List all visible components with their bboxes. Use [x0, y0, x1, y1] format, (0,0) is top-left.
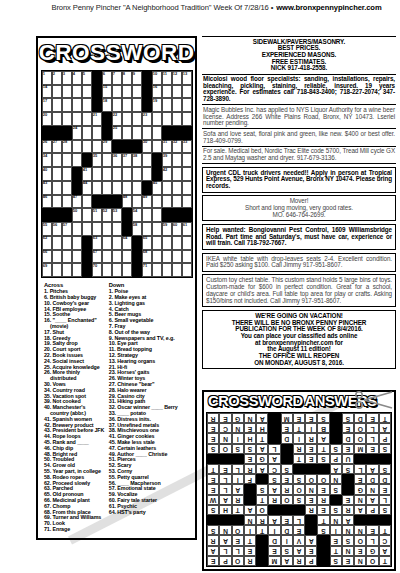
grid-cell[interactable] [62, 167, 72, 181]
grid-cell[interactable]: 35 [92, 153, 102, 167]
grid-cell[interactable]: 15 [102, 85, 112, 99]
grid-cell[interactable] [132, 85, 142, 99]
grid-cell[interactable]: 52 [102, 208, 112, 222]
answer-letter: T [383, 527, 387, 534]
grid-cell[interactable]: 41 [82, 167, 92, 181]
grid-cell[interactable] [72, 85, 82, 99]
grid-cell[interactable] [72, 140, 82, 154]
grid-cell[interactable]: 24 [72, 126, 82, 140]
grid-cell[interactable] [62, 250, 72, 264]
answer-cell: L [219, 474, 231, 484]
grid-cell[interactable]: 19 [152, 98, 162, 112]
answer-cell: N [232, 423, 244, 433]
grid-cell[interactable] [112, 85, 122, 99]
grid-cell[interactable]: 1 [42, 71, 52, 85]
grid-cell[interactable] [122, 85, 132, 99]
grid-cell-black [152, 153, 162, 167]
answer-letter: E [309, 415, 314, 422]
cell-number: 3 [63, 72, 65, 76]
answer-cell: A [256, 413, 268, 423]
answer-letter: E [358, 547, 363, 554]
cell-number: 71 [143, 264, 147, 268]
grid-cell[interactable] [162, 181, 172, 195]
grid-cell[interactable]: 40 [42, 167, 52, 181]
grid-cell[interactable] [82, 208, 92, 222]
grid-cell[interactable]: 53 [112, 208, 122, 222]
grid-cell[interactable]: 14 [42, 85, 52, 99]
grid-cell[interactable] [92, 222, 102, 236]
grid-cell[interactable] [132, 112, 142, 126]
grid-cell[interactable]: 62 [42, 236, 52, 250]
grid-cell[interactable]: 11 [162, 71, 172, 85]
answer-letter: G [235, 415, 240, 422]
grid-cell[interactable]: 7 [112, 71, 122, 85]
answer-cell: S [317, 413, 329, 423]
grid-cell[interactable]: 29 [102, 140, 112, 154]
answer-cell: E [207, 423, 219, 433]
grid-cell[interactable] [102, 263, 112, 277]
grid-cell[interactable]: 46 [42, 195, 52, 209]
grid-cell[interactable]: 56 [52, 222, 62, 236]
answer-cell: A [379, 423, 391, 433]
answer-letter: S [346, 466, 351, 473]
answer-letter: A [260, 415, 265, 422]
grid-cell[interactable] [82, 98, 92, 112]
grid-cell[interactable] [102, 181, 112, 195]
grid-cell[interactable] [112, 236, 122, 250]
grid-cell[interactable]: 31 [162, 140, 172, 154]
grid-cell[interactable]: 23 [142, 112, 152, 126]
answer-cell-black [207, 454, 219, 464]
grid-cell[interactable]: 58 [132, 222, 142, 236]
grid-cell[interactable]: 12 [172, 71, 182, 85]
grid-cell[interactable] [122, 250, 132, 264]
grid-cell[interactable] [172, 250, 182, 264]
answer-letter: H [223, 507, 228, 514]
grid-cell[interactable]: 30 [142, 140, 152, 154]
grid-cell[interactable]: 60 [172, 222, 182, 236]
grid-cell[interactable]: 38 [132, 153, 142, 167]
cell-number: 63 [93, 236, 97, 240]
answer-letter: L [236, 547, 240, 554]
grid-cell[interactable]: 13 [182, 71, 192, 85]
grid-cell[interactable] [122, 263, 132, 277]
grid-cell[interactable] [52, 195, 62, 209]
grid-cell[interactable]: 21 [92, 112, 102, 126]
grid-cell[interactable] [52, 181, 62, 195]
grid-cell[interactable]: 33 [182, 140, 192, 154]
grid-cell[interactable]: 43 [42, 181, 52, 195]
cell-number: 9 [133, 72, 135, 76]
grid-cell[interactable] [172, 236, 182, 250]
grid-cell[interactable] [82, 195, 92, 209]
grid-cell[interactable] [52, 263, 62, 277]
cell-number: 7 [113, 72, 115, 76]
answer-cell: S [342, 535, 354, 545]
answer-cell: E [379, 484, 391, 494]
grid-cell[interactable] [142, 126, 152, 140]
grid-cell[interactable] [62, 98, 72, 112]
grid-cell[interactable]: 20 [42, 112, 52, 126]
grid-cell[interactable] [72, 112, 82, 126]
grid-cell[interactable] [92, 167, 102, 181]
answer-letter: T [260, 435, 264, 442]
grid-cell[interactable] [182, 85, 192, 99]
answer-letter: S [334, 507, 339, 514]
answer-cell: R [342, 505, 354, 515]
answer-letter: O [358, 537, 363, 544]
grid-cell[interactable]: 16 [152, 85, 162, 99]
grid-cell[interactable] [152, 208, 162, 222]
answer-letter: T [321, 517, 325, 524]
grid-cell[interactable]: 65 [142, 236, 152, 250]
grid-cell[interactable]: 67 [92, 250, 102, 264]
answer-cell: S [281, 464, 293, 474]
answer-cell: H [256, 423, 268, 433]
answer-cell: T [317, 515, 329, 525]
answer-letter: N [333, 517, 338, 524]
answer-letter: S [383, 445, 388, 452]
grid-cell[interactable] [82, 112, 92, 126]
answer-letter: H [260, 425, 265, 432]
grid-cell[interactable] [172, 181, 182, 195]
grid-cell[interactable]: 27 [52, 140, 62, 154]
grid-cell[interactable]: 22 [112, 112, 122, 126]
answer-letter: S [383, 466, 388, 473]
answer-cell: A [256, 444, 268, 454]
grid-cell[interactable] [102, 222, 112, 236]
answer-cell: E [244, 423, 256, 433]
grid-cell[interactable] [52, 250, 62, 264]
grid-cell[interactable] [152, 140, 162, 154]
grid-cell[interactable]: 10 [152, 71, 162, 85]
ad-line: Urgent CDL truck drivers needed!! Apply … [206, 170, 392, 190]
grid-cell[interactable]: 4 [72, 71, 82, 85]
grid-cell[interactable]: 5 [82, 71, 92, 85]
cell-number: 38 [133, 154, 137, 158]
grid-cell[interactable] [52, 167, 62, 181]
grid-cell[interactable] [152, 263, 162, 277]
cell-number: 49 [143, 195, 147, 199]
grid-cell[interactable] [182, 181, 192, 195]
grid-cell[interactable] [92, 140, 102, 154]
answer-letter: S [334, 445, 339, 452]
answer-cell: S [330, 556, 342, 566]
grid-cell[interactable]: 9 [132, 71, 142, 85]
answer-cell: R [256, 515, 268, 525]
grid-cell[interactable]: 39 [162, 153, 172, 167]
cell-number: 62 [43, 236, 47, 240]
grid-cell[interactable] [72, 250, 82, 264]
grid-cell[interactable] [122, 167, 132, 181]
grid-cell[interactable] [92, 181, 102, 195]
answer-letter: E [309, 547, 314, 554]
grid-cell[interactable] [142, 222, 152, 236]
grid-cell[interactable] [62, 153, 72, 167]
answer-letter: E [370, 527, 375, 534]
answer-letter: M [272, 558, 278, 565]
answer-cell: A [232, 484, 244, 494]
grid-cell[interactable] [152, 112, 162, 126]
grid-cell[interactable] [122, 126, 132, 140]
answer-cell-black [354, 515, 366, 525]
answer-cell: S [342, 413, 354, 423]
grid-cell[interactable] [122, 181, 132, 195]
answer-letter: E [223, 466, 228, 473]
grid-cell[interactable] [162, 195, 172, 209]
grid-cell[interactable] [72, 263, 82, 277]
answer-cell: E [207, 484, 219, 494]
grid-cell-black [122, 140, 132, 154]
grid-cell[interactable] [162, 263, 172, 277]
answer-letter: E [248, 456, 253, 463]
answer-letter: E [334, 537, 339, 544]
grid-cell[interactable] [182, 250, 192, 264]
answer-cell: A [281, 556, 293, 566]
grid-cell[interactable] [72, 236, 82, 250]
grid-cell[interactable] [102, 236, 112, 250]
grid-cell[interactable]: 50 [72, 208, 82, 222]
answer-letter: T [383, 415, 387, 422]
answer-letter: S [321, 456, 326, 463]
answer-cell: R [207, 535, 219, 545]
grid-cell[interactable] [182, 153, 192, 167]
grid-cell[interactable] [62, 112, 72, 126]
grid-cell[interactable] [72, 98, 82, 112]
answer-letter: D [346, 435, 351, 442]
grid-cell[interactable] [172, 167, 182, 181]
grid-cell[interactable]: 55 [42, 222, 52, 236]
classified-ad-7: Mover!Short and long moving, very good r… [202, 195, 396, 221]
grid-cell[interactable] [72, 222, 82, 236]
answer-cell: I [305, 423, 317, 433]
grid-cell[interactable]: 3 [62, 71, 72, 85]
grid-cell[interactable] [152, 222, 162, 236]
grid-cell-black [172, 126, 182, 140]
grid-cell[interactable] [152, 250, 162, 264]
grid-cell[interactable]: 18 [102, 98, 112, 112]
grid-cell[interactable] [52, 112, 62, 126]
grid-cell[interactable] [112, 263, 122, 277]
grid-cell[interactable] [62, 263, 72, 277]
grid-cell[interactable] [152, 236, 162, 250]
answer-cell: I [232, 474, 244, 484]
grid-cell[interactable] [182, 98, 192, 112]
classified-ad-5: For sale. Medical bed, Nordic Trac Elite… [202, 147, 396, 164]
grid-cell[interactable]: 42 [162, 167, 172, 181]
answer-cell-black [268, 413, 280, 423]
grid-cell-black [132, 250, 142, 264]
cell-number: 70 [93, 264, 97, 268]
grid-cell[interactable] [132, 98, 142, 112]
grid-cell[interactable] [82, 222, 92, 236]
grid-cell[interactable] [172, 85, 182, 99]
grid-cell[interactable] [172, 195, 182, 209]
grid-cell[interactable] [132, 195, 142, 209]
grid-cell[interactable] [162, 85, 172, 99]
grid-cell[interactable] [62, 181, 72, 195]
grid-cell[interactable] [142, 208, 152, 222]
cell-number: 2 [53, 72, 55, 76]
grid-cell[interactable] [182, 236, 192, 250]
grid-cell[interactable] [152, 126, 162, 140]
answer-letter: R [260, 517, 265, 524]
grid-cell[interactable]: 2 [52, 71, 62, 85]
grid-cell[interactable] [182, 195, 192, 209]
answer-cell: D [354, 413, 366, 423]
grid-cell[interactable] [132, 126, 142, 140]
grid-cell[interactable]: 28 [62, 140, 72, 154]
answer-letter: L [383, 496, 387, 503]
grid-cell[interactable] [172, 112, 182, 126]
grid-cell[interactable]: 44 [82, 181, 92, 195]
grid-cell[interactable] [52, 85, 62, 99]
answer-letter: A [247, 507, 252, 514]
grid-cell[interactable] [52, 153, 62, 167]
grid-cell[interactable]: 8 [122, 71, 132, 85]
grid-cell[interactable] [152, 195, 162, 209]
answer-letter: T [211, 466, 215, 473]
grid-cell[interactable]: 49 [142, 195, 152, 209]
cell-number: 6 [103, 72, 105, 76]
answer-letter: I [274, 527, 276, 534]
grid-cell[interactable]: 17 [42, 98, 52, 112]
answer-letter: F [248, 476, 252, 483]
grid-cell[interactable] [142, 153, 152, 167]
answer-letter: R [346, 507, 351, 514]
grid-cell[interactable] [102, 153, 112, 167]
answer-letter: E [284, 517, 289, 524]
grid-cell[interactable] [172, 98, 182, 112]
grid-cell[interactable]: 64 [122, 236, 132, 250]
grid-cell[interactable] [62, 236, 72, 250]
grid-cell[interactable] [142, 167, 152, 181]
answer-cell: R [268, 495, 280, 505]
grid-cell[interactable] [132, 167, 142, 181]
answer-cell: H [244, 433, 256, 443]
answer-letter: T [383, 558, 387, 565]
answer-letter: I [237, 435, 239, 442]
grid-cell[interactable] [102, 250, 112, 264]
grid-cell[interactable] [52, 236, 62, 250]
grid-cell[interactable] [52, 98, 62, 112]
grid-cell[interactable]: 25 [112, 126, 122, 140]
grid-cell[interactable] [112, 98, 122, 112]
grid-cell[interactable]: 66 [42, 250, 52, 264]
grid-cell[interactable] [182, 263, 192, 277]
grid-cell[interactable]: 32 [172, 140, 182, 154]
answer-cell: U [342, 454, 354, 464]
grid-cell[interactable]: 47 [72, 195, 82, 209]
grid-cell[interactable] [132, 181, 142, 195]
grid-cell[interactable] [112, 222, 122, 236]
grid-cell[interactable]: 51 [92, 208, 102, 222]
cell-number: 51 [93, 209, 97, 213]
answer-letter: E [383, 486, 388, 493]
answer-letter: R [211, 415, 216, 422]
grid-cell[interactable] [162, 236, 172, 250]
answer-cell-black [232, 454, 244, 464]
grid-cell[interactable] [162, 250, 172, 264]
answer-letter: E [358, 476, 363, 483]
cell-number: 33 [183, 140, 187, 144]
grid-cell[interactable] [182, 112, 192, 126]
grid-cell[interactable]: 26 [42, 140, 52, 154]
grid-cell[interactable]: 69 [42, 263, 52, 277]
grid-cell[interactable] [62, 195, 72, 209]
grid-cell[interactable]: 37 [122, 153, 132, 167]
grid-cell[interactable]: 61 [182, 222, 192, 236]
grid-cell[interactable]: 68 [142, 250, 152, 264]
grid-cell[interactable] [122, 98, 132, 112]
grid-cell[interactable]: 6 [102, 71, 112, 85]
grid-cell-black [92, 85, 102, 99]
grid-cell[interactable] [112, 181, 122, 195]
answer-letter: A [370, 466, 375, 473]
answer-letter: S [346, 537, 351, 544]
grid-cell[interactable] [122, 112, 132, 126]
cell-number: 32 [173, 140, 177, 144]
grid-cell[interactable] [102, 167, 112, 181]
answer-letter: E [211, 435, 216, 442]
grid-cell[interactable] [62, 85, 72, 99]
grid-cell[interactable]: 59 [162, 222, 172, 236]
grid-cell[interactable]: 36 [112, 153, 122, 167]
grid-cell-black [82, 236, 92, 250]
grid-cell[interactable] [112, 167, 122, 181]
classified-ad-1: SIDEWALK/PAVERS/MASONRY.BEST PRICES.EXPE… [202, 37, 396, 75]
grid-cell[interactable] [172, 263, 182, 277]
answer-letter: L [358, 466, 362, 473]
answer-cell-black [330, 495, 342, 505]
grid-cell[interactable] [162, 112, 172, 126]
answer-letter: S [211, 527, 216, 534]
grid-cell[interactable]: 57 [62, 222, 72, 236]
grid-cell[interactable] [82, 126, 92, 140]
grid-cell[interactable] [82, 85, 92, 99]
answer-letter: S [297, 496, 302, 503]
grid-cell[interactable]: 34 [42, 153, 52, 167]
answer-cell: A [219, 535, 231, 545]
answer-cell: E [281, 474, 293, 484]
grid-cell[interactable]: 70 [92, 263, 102, 277]
grid-cell[interactable]: 63 [92, 236, 102, 250]
answer-letter: E [248, 425, 253, 432]
answer-cell: S [293, 474, 305, 484]
answer-letter: I [286, 537, 288, 544]
grid-cell[interactable]: 54 [132, 208, 142, 222]
grid-cell[interactable] [92, 126, 102, 140]
cell-number: 67 [93, 250, 97, 254]
grid-cell[interactable] [162, 98, 172, 112]
grid-cell[interactable]: 71 [142, 263, 152, 277]
cell-number: 48 [123, 195, 127, 199]
down-clues-column: Down 1. Poise2. Make eyes at3. Lighting … [109, 283, 195, 533]
cell-number: 23 [143, 113, 147, 117]
grid-cell[interactable] [82, 140, 92, 154]
grid-cell[interactable] [172, 153, 182, 167]
grid-cell[interactable] [112, 250, 122, 264]
answer-letter: S [284, 547, 289, 554]
grid-cell[interactable]: 48 [122, 195, 132, 209]
grid-cell[interactable] [182, 167, 192, 181]
ad-line: Help wanted: Bongiovanni Pest Control, 1… [206, 227, 392, 247]
grid-cell[interactable] [72, 153, 82, 167]
grid-cell[interactable]: 45 [152, 181, 162, 195]
answer-letter: G [260, 456, 265, 463]
answer-cell-black [244, 495, 256, 505]
answer-cell: N [342, 546, 354, 556]
